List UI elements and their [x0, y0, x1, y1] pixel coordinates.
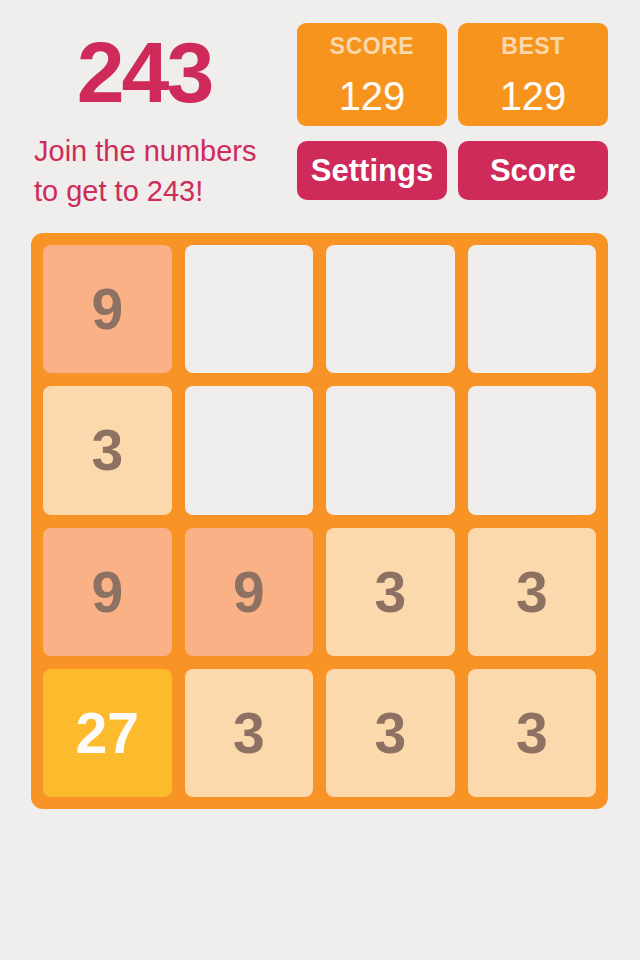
tile-3: 3 — [185, 669, 314, 797]
settings-button[interactable]: Settings — [297, 141, 447, 200]
game-title: 243 — [33, 22, 255, 122]
tile-3: 3 — [43, 386, 172, 514]
best-box: BEST 129 — [458, 23, 608, 126]
tile-3: 3 — [468, 528, 597, 656]
subtitle-line-1: Join the numbers — [34, 131, 256, 171]
empty-cell — [468, 386, 597, 514]
score-value: 129 — [339, 74, 406, 119]
score-label: SCORE — [330, 33, 414, 60]
tile-3: 3 — [468, 669, 597, 797]
tile-3: 3 — [326, 669, 455, 797]
tile-9: 9 — [43, 245, 172, 373]
tile-3: 3 — [326, 528, 455, 656]
subtitle-line-2: to get to 243! — [34, 171, 256, 211]
empty-cell — [326, 386, 455, 514]
app-screen: 243 Join the numbers to get to 243! SCOR… — [0, 0, 640, 960]
score-box: SCORE 129 — [297, 23, 447, 126]
game-subtitle: Join the numbers to get to 243! — [34, 131, 256, 211]
empty-cell — [185, 245, 314, 373]
empty-cell — [468, 245, 597, 373]
best-label: BEST — [501, 33, 564, 60]
empty-cell — [185, 386, 314, 514]
game-board[interactable]: 93993327333 — [31, 233, 608, 809]
tile-27: 27 — [43, 669, 172, 797]
tile-9: 9 — [185, 528, 314, 656]
empty-cell — [326, 245, 455, 373]
tile-9: 9 — [43, 528, 172, 656]
best-value: 129 — [500, 74, 567, 119]
score-button[interactable]: Score — [458, 141, 608, 200]
